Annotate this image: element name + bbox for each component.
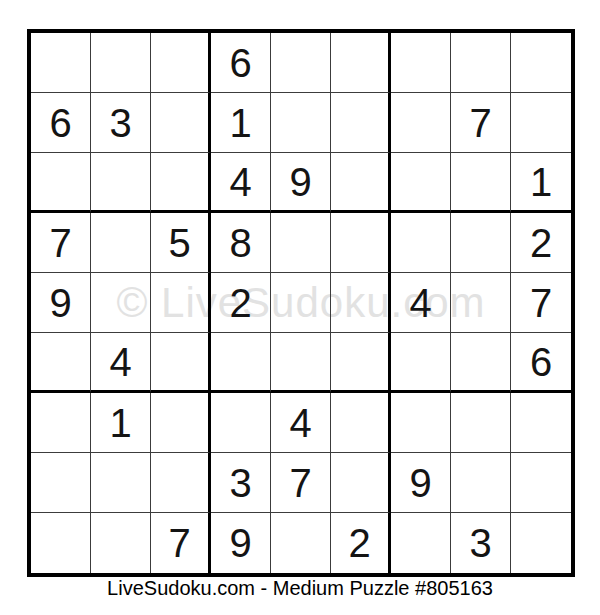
cell-r8c8[interactable] xyxy=(451,453,511,513)
cell-r6c1[interactable] xyxy=(31,333,91,393)
cell-r4c2[interactable] xyxy=(91,213,151,273)
cell-r9c1[interactable] xyxy=(31,513,91,573)
sudoku-board: © LiveSudoku.com 66317491758292474614379… xyxy=(27,29,575,577)
cell-r5c6[interactable] xyxy=(331,273,391,333)
cell-r6c4[interactable] xyxy=(211,333,271,393)
cell-r8c4[interactable]: 3 xyxy=(211,453,271,513)
cell-r6c2[interactable]: 4 xyxy=(91,333,151,393)
cell-r3c6[interactable] xyxy=(331,153,391,213)
cell-r5c1[interactable]: 9 xyxy=(31,273,91,333)
cell-r2c1[interactable]: 6 xyxy=(31,93,91,153)
cell-r1c9[interactable] xyxy=(511,33,571,93)
cell-r4c8[interactable] xyxy=(451,213,511,273)
cell-r5c4[interactable]: 2 xyxy=(211,273,271,333)
cell-r8c7[interactable]: 9 xyxy=(391,453,451,513)
cell-r4c4[interactable]: 8 xyxy=(211,213,271,273)
cell-r3c1[interactable] xyxy=(31,153,91,213)
cell-r2c9[interactable] xyxy=(511,93,571,153)
cell-r5c2[interactable] xyxy=(91,273,151,333)
cell-r1c1[interactable] xyxy=(31,33,91,93)
cell-r4c1[interactable]: 7 xyxy=(31,213,91,273)
cell-r2c6[interactable] xyxy=(331,93,391,153)
cell-r7c6[interactable] xyxy=(331,393,391,453)
cell-r1c8[interactable] xyxy=(451,33,511,93)
cell-r4c7[interactable] xyxy=(391,213,451,273)
cell-r1c2[interactable] xyxy=(91,33,151,93)
cell-r5c5[interactable] xyxy=(271,273,331,333)
cell-r6c8[interactable] xyxy=(451,333,511,393)
cell-r3c8[interactable] xyxy=(451,153,511,213)
cell-r2c8[interactable]: 7 xyxy=(451,93,511,153)
cell-r4c6[interactable] xyxy=(331,213,391,273)
cell-r2c4[interactable]: 1 xyxy=(211,93,271,153)
cell-r9c4[interactable]: 9 xyxy=(211,513,271,573)
cell-r5c8[interactable] xyxy=(451,273,511,333)
caption: LiveSudoku.com - Medium Puzzle #805163 xyxy=(0,577,600,600)
cell-r5c3[interactable] xyxy=(151,273,211,333)
cell-r7c2[interactable]: 1 xyxy=(91,393,151,453)
cell-r4c9[interactable]: 2 xyxy=(511,213,571,273)
cell-r1c6[interactable] xyxy=(331,33,391,93)
cell-r5c7[interactable]: 4 xyxy=(391,273,451,333)
cell-r8c3[interactable] xyxy=(151,453,211,513)
cell-r9c7[interactable] xyxy=(391,513,451,573)
cell-r2c5[interactable] xyxy=(271,93,331,153)
cell-r7c9[interactable] xyxy=(511,393,571,453)
cell-r7c8[interactable] xyxy=(451,393,511,453)
cell-r8c1[interactable] xyxy=(31,453,91,513)
cell-r6c7[interactable] xyxy=(391,333,451,393)
cell-r9c9[interactable] xyxy=(511,513,571,573)
cell-r9c6[interactable]: 2 xyxy=(331,513,391,573)
cell-r8c5[interactable]: 7 xyxy=(271,453,331,513)
cell-r6c5[interactable] xyxy=(271,333,331,393)
cell-r3c9[interactable]: 1 xyxy=(511,153,571,213)
cell-r8c6[interactable] xyxy=(331,453,391,513)
cell-r3c2[interactable] xyxy=(91,153,151,213)
cell-r4c5[interactable] xyxy=(271,213,331,273)
page: © LiveSudoku.com 66317491758292474614379… xyxy=(0,0,600,615)
cell-r2c3[interactable] xyxy=(151,93,211,153)
cell-r3c3[interactable] xyxy=(151,153,211,213)
cell-r7c7[interactable] xyxy=(391,393,451,453)
cell-r2c7[interactable] xyxy=(391,93,451,153)
cell-r3c7[interactable] xyxy=(391,153,451,213)
cell-r9c3[interactable]: 7 xyxy=(151,513,211,573)
cell-r6c6[interactable] xyxy=(331,333,391,393)
cell-r1c7[interactable] xyxy=(391,33,451,93)
cell-r5c9[interactable]: 7 xyxy=(511,273,571,333)
cell-r7c4[interactable] xyxy=(211,393,271,453)
cell-r1c4[interactable]: 6 xyxy=(211,33,271,93)
cell-r1c3[interactable] xyxy=(151,33,211,93)
cell-r3c5[interactable]: 9 xyxy=(271,153,331,213)
cell-r9c2[interactable] xyxy=(91,513,151,573)
cell-r8c2[interactable] xyxy=(91,453,151,513)
cell-r8c9[interactable] xyxy=(511,453,571,513)
cell-r9c5[interactable] xyxy=(271,513,331,573)
cell-r9c8[interactable]: 3 xyxy=(451,513,511,573)
cell-r7c1[interactable] xyxy=(31,393,91,453)
cell-r6c9[interactable]: 6 xyxy=(511,333,571,393)
cell-r2c2[interactable]: 3 xyxy=(91,93,151,153)
cell-r3c4[interactable]: 4 xyxy=(211,153,271,213)
cell-r1c5[interactable] xyxy=(271,33,331,93)
cell-r7c5[interactable]: 4 xyxy=(271,393,331,453)
cell-r4c3[interactable]: 5 xyxy=(151,213,211,273)
cell-r7c3[interactable] xyxy=(151,393,211,453)
cell-r6c3[interactable] xyxy=(151,333,211,393)
